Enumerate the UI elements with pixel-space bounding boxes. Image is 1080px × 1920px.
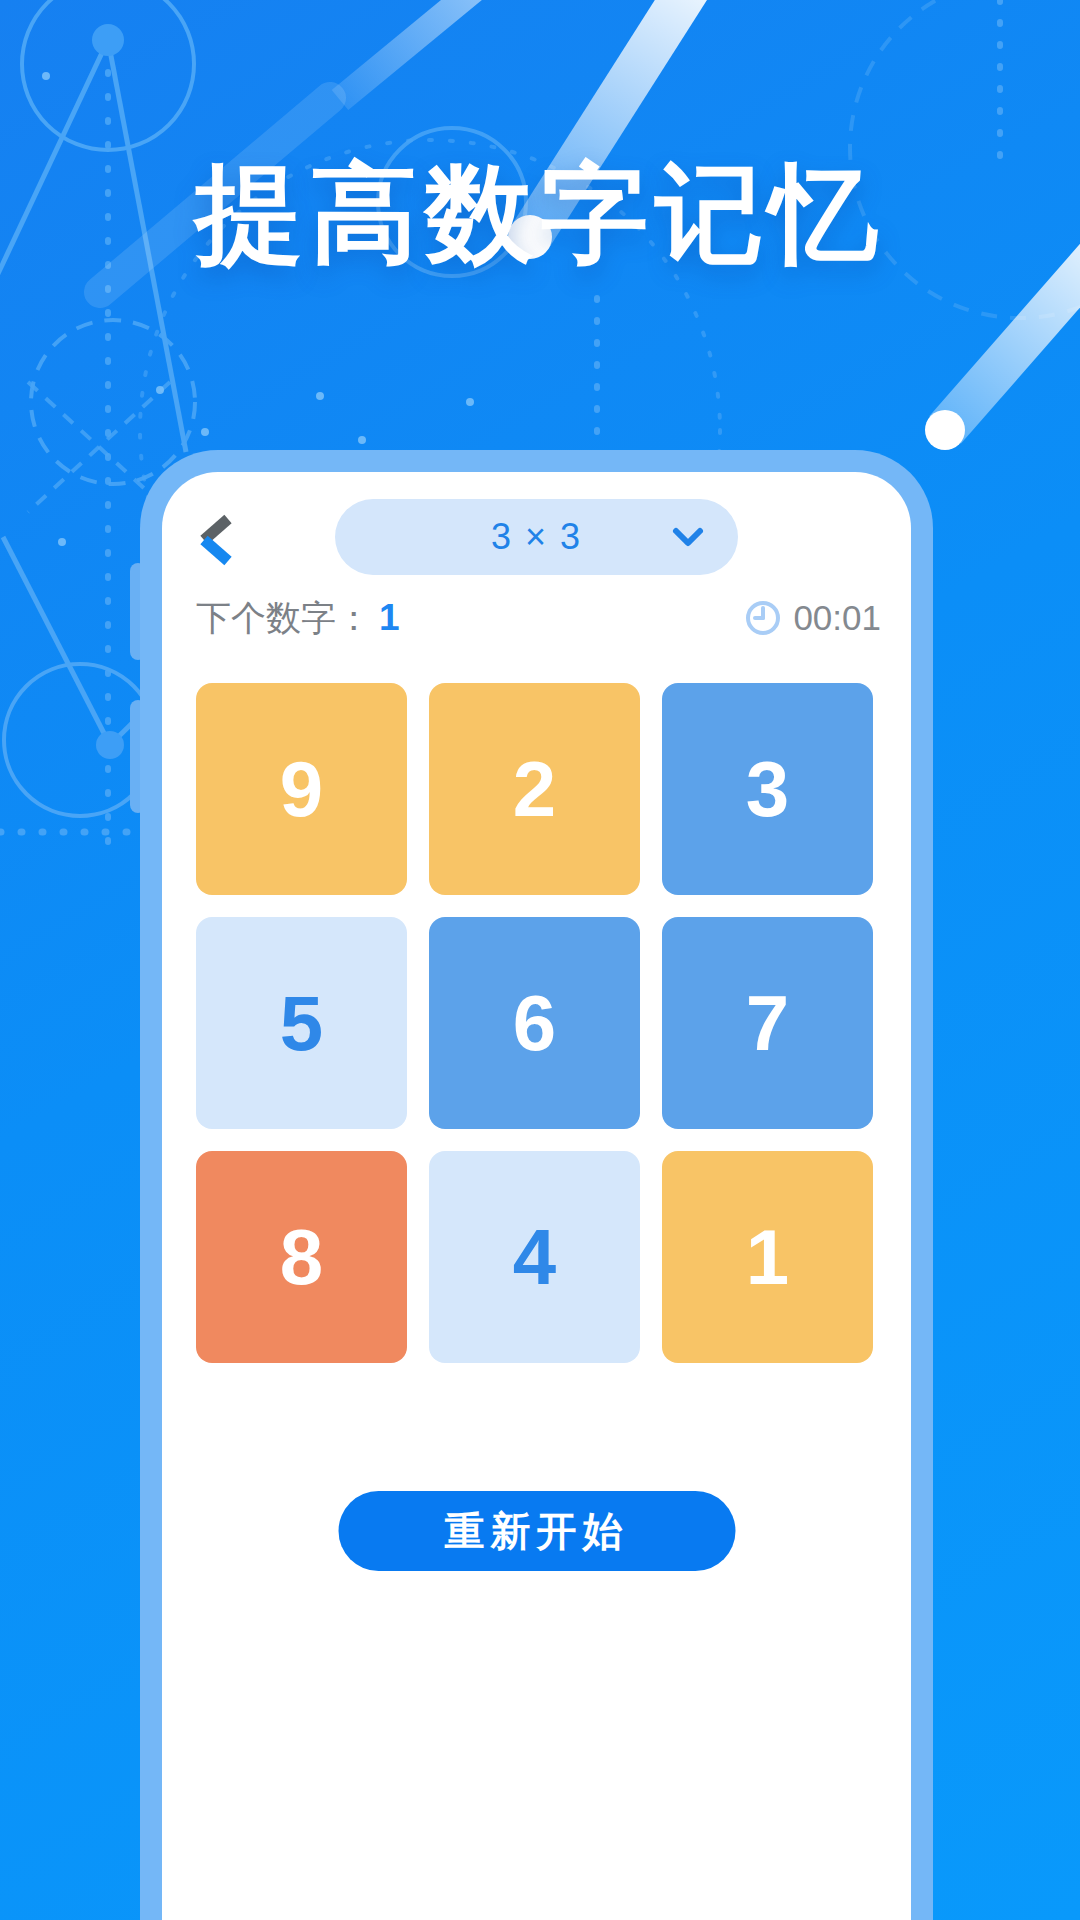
chevron-down-icon [671, 525, 705, 549]
clock-icon [745, 600, 781, 636]
grid-size-dropdown[interactable]: 3 × 3 [335, 499, 738, 575]
info-row: 下个数字： 1 00:01 [196, 594, 881, 642]
next-number-value: 1 [379, 597, 400, 639]
phone-mockup: 3 × 3 下个数字： 1 00:01 923567841 重新开始 [140, 450, 933, 1920]
tile-4[interactable]: 4 [429, 1151, 640, 1363]
restart-button[interactable]: 重新开始 [338, 1491, 735, 1571]
timer-value: 00:01 [793, 598, 881, 638]
grid-size-label: 3 × 3 [491, 516, 582, 558]
tile-8[interactable]: 8 [196, 1151, 407, 1363]
tile-1[interactable]: 1 [662, 1151, 873, 1363]
page-title: 提高数字记忆 [0, 142, 1080, 288]
back-button[interactable] [192, 512, 236, 568]
tile-5[interactable]: 5 [196, 917, 407, 1129]
tile-6[interactable]: 6 [429, 917, 640, 1129]
tile-9[interactable]: 9 [196, 683, 407, 895]
tile-2[interactable]: 2 [429, 683, 640, 895]
number-grid: 923567841 [196, 683, 873, 1363]
next-number-label: 下个数字： [196, 595, 371, 642]
tile-3[interactable]: 3 [662, 683, 873, 895]
restart-label: 重新开始 [445, 1504, 629, 1559]
phone-screen: 3 × 3 下个数字： 1 00:01 923567841 重新开始 [162, 472, 911, 1920]
tile-7[interactable]: 7 [662, 917, 873, 1129]
chevron-left-icon [192, 512, 236, 568]
